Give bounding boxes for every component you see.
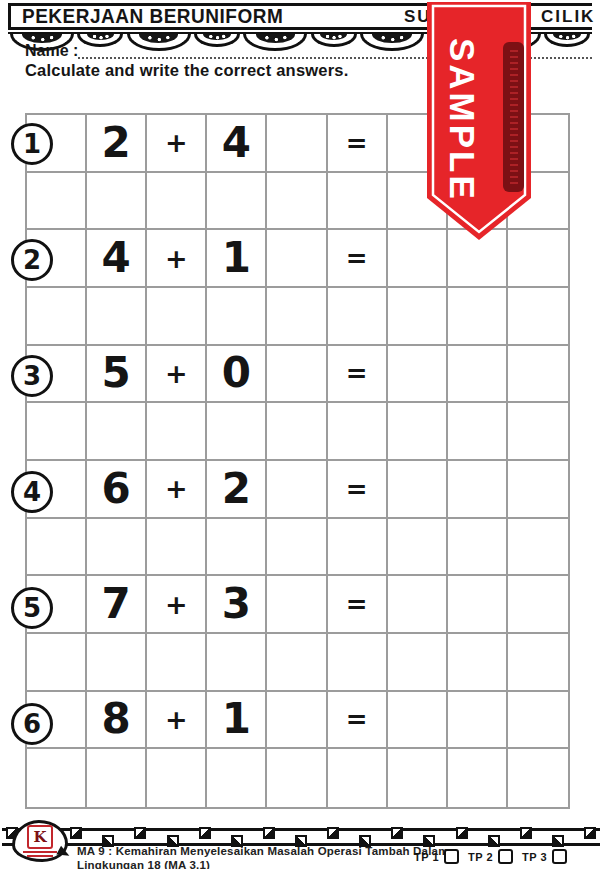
answer-cell[interactable] (388, 346, 448, 404)
grid-cell (448, 403, 508, 461)
grid-cell (87, 749, 147, 807)
grid-cell (267, 461, 327, 519)
grid-cell (267, 288, 327, 346)
plus-sign-cell: + (147, 692, 207, 750)
first-operand-cell-text: 2 (102, 122, 131, 164)
second-operand-cell: 1 (207, 230, 267, 288)
grid-cell (508, 288, 568, 346)
equals-sign-cell-text: = (346, 591, 368, 617)
grid-cell (87, 519, 147, 577)
answer-cell[interactable] (388, 692, 448, 750)
top-border-left-stub (8, 3, 11, 30)
grid-cell (207, 288, 267, 346)
equals-sign-cell-text: = (346, 130, 368, 156)
grid-cell (508, 519, 568, 577)
second-operand-cell: 3 (207, 576, 267, 634)
equals-sign-cell: = (328, 115, 388, 173)
grid-cell (207, 634, 267, 692)
equals-sign-cell: = (328, 692, 388, 750)
grid-cell (267, 634, 327, 692)
flag-icon (199, 827, 211, 839)
second-operand-cell-text: 4 (222, 122, 251, 164)
grid-cell (508, 403, 568, 461)
grid-cell (147, 288, 207, 346)
grid-cell (388, 749, 448, 807)
tp1-checkbox[interactable] (444, 849, 459, 864)
problem-number-circle: 5 (11, 587, 53, 629)
second-operand-cell-text: 2 (222, 468, 251, 510)
scallop-dots (320, 34, 347, 40)
second-operand-cell-text: 0 (222, 352, 251, 394)
grid-cell (267, 115, 327, 173)
plus-sign-cell: + (147, 461, 207, 519)
first-operand-cell: 7 (87, 576, 147, 634)
page-title-right: CILIK (541, 7, 595, 27)
flag-icon (584, 827, 596, 839)
flag-icon (456, 827, 468, 839)
grid-cell (87, 173, 147, 231)
tp3-label: TP 3 (522, 851, 547, 863)
grid-cell (27, 519, 87, 577)
footer-flag-border (2, 828, 600, 846)
equals-sign-cell: = (328, 230, 388, 288)
first-operand-cell: 4 (87, 230, 147, 288)
page-title: PEKERJAAN BERUNIFORM (22, 5, 283, 29)
grid-cell (328, 173, 388, 231)
footer-skill-line1: MA 9 : Kemahiran Menyelesaikan Masalah O… (77, 845, 449, 859)
problem-number-circle: 4 (11, 471, 53, 513)
grid-cell (147, 403, 207, 461)
grid-cell (87, 634, 147, 692)
footer-skill-description: MA 9 : Kemahiran Menyelesaikan Masalah O… (77, 845, 449, 869)
flag-icon (520, 827, 532, 839)
grid-cell (508, 461, 568, 519)
grid-cell (87, 288, 147, 346)
grid-cell (27, 288, 87, 346)
tp1-label: TP 1 (414, 851, 439, 863)
grid-cell (27, 403, 87, 461)
second-operand-cell: 0 (207, 346, 267, 404)
equals-sign-cell: = (328, 461, 388, 519)
answer-cell[interactable] (388, 576, 448, 634)
grid-cell (207, 749, 267, 807)
equals-sign-cell-text: = (346, 245, 368, 271)
grid-cell (267, 519, 327, 577)
grid-cell (448, 634, 508, 692)
grid-cell (448, 288, 508, 346)
worksheet-page: PEKERJAAN BERUNIFORM SU CILIK Name : Cal… (0, 0, 600, 869)
tp2-checkbox[interactable] (498, 849, 513, 864)
sample-ribbon-label: SAMPLE (445, 38, 480, 202)
equals-sign-cell-text: = (346, 706, 368, 732)
grid-cell (147, 634, 207, 692)
plus-sign-cell-text: + (165, 360, 188, 387)
plus-sign-cell-text: + (165, 591, 188, 618)
plus-sign-cell: + (147, 230, 207, 288)
grid-cell (207, 403, 267, 461)
grid-cell (448, 346, 508, 404)
tp3-checkbox[interactable] (552, 849, 567, 864)
grid-cell (388, 288, 448, 346)
first-operand-cell-text: 7 (102, 583, 131, 625)
grid-cell (508, 576, 568, 634)
instruction-text: Calculate and write the correct answers. (25, 61, 348, 80)
sample-ribbon: SAMPLE (427, 2, 531, 240)
grid-cell (388, 403, 448, 461)
grid-cell (328, 634, 388, 692)
grid-cell (267, 576, 327, 634)
flag-icon (488, 835, 500, 847)
scallop-dots (87, 34, 114, 40)
tp-item-1: TP 1 (414, 849, 459, 864)
logo-fine-print-line (27, 855, 53, 857)
grid-cell (448, 692, 508, 750)
grid-cell (508, 634, 568, 692)
second-operand-cell: 4 (207, 115, 267, 173)
flag-icon (70, 827, 82, 839)
scallop-dots (203, 34, 230, 40)
grid-cell (328, 403, 388, 461)
problem-number-circle: 6 (11, 703, 53, 745)
grid-cell (147, 749, 207, 807)
flag-icon (327, 827, 339, 839)
grid-cell (27, 749, 87, 807)
equals-sign-cell-text: = (346, 476, 368, 502)
grid-cell (388, 634, 448, 692)
flag-icon (263, 827, 275, 839)
plus-sign-cell-text: + (165, 129, 188, 156)
grid-cell (328, 288, 388, 346)
first-operand-cell: 8 (87, 692, 147, 750)
grid-cell (147, 173, 207, 231)
grid-cell (27, 173, 87, 231)
grid-cell (508, 749, 568, 807)
grid-cell (388, 519, 448, 577)
first-operand-cell-text: 5 (102, 352, 131, 394)
logo-letter: K (27, 825, 53, 849)
plus-sign-cell-text: + (165, 245, 188, 272)
plus-sign-cell: + (147, 576, 207, 634)
problem-number-circle: 2 (11, 239, 53, 281)
grid-cell (448, 749, 508, 807)
grid-cell (267, 749, 327, 807)
footer-skill-line2: Lingkungan 18 (MA 3.1) (77, 859, 449, 869)
first-operand-cell: 6 (87, 461, 147, 519)
flag-icon (391, 827, 403, 839)
grid-cell (328, 519, 388, 577)
equals-sign-cell-text: = (346, 360, 368, 386)
grid-cell (207, 173, 267, 231)
grid-cell (267, 173, 327, 231)
first-operand-cell: 5 (87, 346, 147, 404)
grid-cell (267, 403, 327, 461)
grid-cell (448, 576, 508, 634)
problem-number-circle: 3 (11, 355, 53, 397)
equals-sign-cell: = (328, 576, 388, 634)
plus-sign-cell: + (147, 346, 207, 404)
second-operand-cell-text: 1 (222, 237, 251, 279)
tp-item-2: TP 2 (468, 849, 513, 864)
tp-checklist: TP 1 TP 2 TP 3 (414, 849, 567, 864)
plus-sign-cell-text: + (165, 475, 188, 502)
flag-icon (552, 835, 564, 847)
answer-cell[interactable] (388, 461, 448, 519)
ribbon-fine-print-texture (510, 50, 518, 184)
equals-sign-cell: = (328, 346, 388, 404)
flag-icon (134, 827, 146, 839)
first-operand-cell-text: 4 (102, 237, 131, 279)
second-operand-cell-text: 1 (222, 698, 251, 740)
grid-cell (147, 519, 207, 577)
plus-sign-cell-text: + (165, 706, 188, 733)
grid-cell (448, 519, 508, 577)
grid-cell (328, 749, 388, 807)
tp2-label: TP 2 (468, 851, 493, 863)
grid-cell (27, 634, 87, 692)
tp-item-3: TP 3 (522, 849, 567, 864)
grid-cell (87, 403, 147, 461)
grid-cell (207, 519, 267, 577)
plus-sign-cell: + (147, 115, 207, 173)
problem-number-circle: 1 (11, 123, 53, 165)
second-operand-cell-text: 3 (222, 583, 251, 625)
name-label: Name : (25, 42, 78, 60)
grid-cell (267, 230, 327, 288)
first-operand-cell-text: 8 (102, 698, 131, 740)
grid-cell (267, 692, 327, 750)
first-operand-cell: 2 (87, 115, 147, 173)
grid-cell (508, 346, 568, 404)
logo-pennant-icon (56, 846, 71, 860)
first-operand-cell-text: 6 (102, 468, 131, 510)
second-operand-cell: 2 (207, 461, 267, 519)
logo-fine-print-line (23, 851, 57, 853)
ribbon-fine-print-bar (503, 42, 524, 192)
grid-cell (448, 461, 508, 519)
scallop-dots (553, 34, 580, 40)
second-operand-cell: 1 (207, 692, 267, 750)
grid-cell (267, 346, 327, 404)
grid-cell (508, 692, 568, 750)
